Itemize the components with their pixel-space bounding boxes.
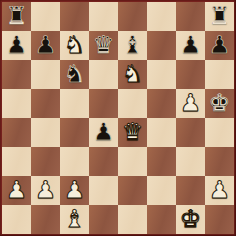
square-f4[interactable] xyxy=(147,118,176,147)
black-pawn[interactable]: ♟ xyxy=(93,118,115,147)
square-d6[interactable] xyxy=(89,60,118,89)
white-pawn[interactable]: ♟ xyxy=(180,89,202,118)
square-g7[interactable]: ♟ xyxy=(176,31,205,60)
square-f3[interactable] xyxy=(147,147,176,176)
square-c8[interactable] xyxy=(60,2,89,31)
square-e8[interactable] xyxy=(118,2,147,31)
square-d2[interactable] xyxy=(89,176,118,205)
square-c5[interactable] xyxy=(60,89,89,118)
square-c2[interactable]: ♟ xyxy=(60,176,89,205)
square-a7[interactable]: ♟ xyxy=(2,31,31,60)
square-h1[interactable] xyxy=(205,205,234,234)
square-a2[interactable]: ♟ xyxy=(2,176,31,205)
white-knight[interactable]: ♞ xyxy=(64,31,86,60)
square-c3[interactable] xyxy=(60,147,89,176)
square-e3[interactable] xyxy=(118,147,147,176)
square-a5[interactable] xyxy=(2,89,31,118)
square-b2[interactable]: ♟ xyxy=(31,176,60,205)
square-g4[interactable] xyxy=(176,118,205,147)
square-c6[interactable]: ♞ xyxy=(60,60,89,89)
square-b7[interactable]: ♟ xyxy=(31,31,60,60)
square-f2[interactable] xyxy=(147,176,176,205)
black-pawn[interactable]: ♟ xyxy=(6,31,28,60)
square-e5[interactable] xyxy=(118,89,147,118)
square-e6[interactable]: ♞ xyxy=(118,60,147,89)
square-f1[interactable] xyxy=(147,205,176,234)
square-a3[interactable] xyxy=(2,147,31,176)
square-f6[interactable] xyxy=(147,60,176,89)
black-knight[interactable]: ♞ xyxy=(64,60,86,89)
white-pawn[interactable]: ♟ xyxy=(35,176,57,205)
black-bishop[interactable]: ♝ xyxy=(122,31,144,60)
square-h2[interactable]: ♟ xyxy=(205,176,234,205)
square-e4[interactable]: ♛ xyxy=(118,118,147,147)
square-h7[interactable]: ♟ xyxy=(205,31,234,60)
square-h6[interactable] xyxy=(205,60,234,89)
white-knight[interactable]: ♞ xyxy=(122,60,144,89)
square-d4[interactable]: ♟ xyxy=(89,118,118,147)
square-a8[interactable]: ♜ xyxy=(2,2,31,31)
square-b1[interactable] xyxy=(31,205,60,234)
white-pawn[interactable]: ♟ xyxy=(209,176,231,205)
square-g8[interactable] xyxy=(176,2,205,31)
square-a1[interactable] xyxy=(2,205,31,234)
black-rook[interactable]: ♜ xyxy=(6,2,28,31)
square-d7[interactable]: ♛ xyxy=(89,31,118,60)
square-f5[interactable] xyxy=(147,89,176,118)
square-b4[interactable] xyxy=(31,118,60,147)
square-b6[interactable] xyxy=(31,60,60,89)
square-h3[interactable] xyxy=(205,147,234,176)
black-queen[interactable]: ♛ xyxy=(93,31,115,60)
white-bishop[interactable]: ♝ xyxy=(64,205,86,234)
white-pawn[interactable]: ♟ xyxy=(64,176,86,205)
square-a6[interactable] xyxy=(2,60,31,89)
square-g6[interactable] xyxy=(176,60,205,89)
white-queen[interactable]: ♛ xyxy=(122,118,144,147)
white-pawn[interactable]: ♟ xyxy=(6,176,28,205)
square-c1[interactable]: ♝ xyxy=(60,205,89,234)
square-e1[interactable] xyxy=(118,205,147,234)
chess-board: ♜♜♟♟♞♛♝♟♟♞♞♟♚♟♛♟♟♟♟♝♚ xyxy=(2,2,234,234)
square-e2[interactable] xyxy=(118,176,147,205)
square-f8[interactable] xyxy=(147,2,176,31)
black-pawn[interactable]: ♟ xyxy=(35,31,57,60)
square-e7[interactable]: ♝ xyxy=(118,31,147,60)
board-frame: ♜♜♟♟♞♛♝♟♟♞♞♟♚♟♛♟♟♟♟♝♚ xyxy=(0,0,236,236)
square-d8[interactable] xyxy=(89,2,118,31)
black-king[interactable]: ♚ xyxy=(209,89,231,118)
square-b8[interactable] xyxy=(31,2,60,31)
square-h5[interactable]: ♚ xyxy=(205,89,234,118)
square-c4[interactable] xyxy=(60,118,89,147)
square-b3[interactable] xyxy=(31,147,60,176)
square-c7[interactable]: ♞ xyxy=(60,31,89,60)
square-d5[interactable] xyxy=(89,89,118,118)
square-d1[interactable] xyxy=(89,205,118,234)
square-g2[interactable] xyxy=(176,176,205,205)
square-f7[interactable] xyxy=(147,31,176,60)
white-king[interactable]: ♚ xyxy=(180,205,202,234)
square-d3[interactable] xyxy=(89,147,118,176)
square-h8[interactable]: ♜ xyxy=(205,2,234,31)
square-g5[interactable]: ♟ xyxy=(176,89,205,118)
square-g1[interactable]: ♚ xyxy=(176,205,205,234)
black-pawn[interactable]: ♟ xyxy=(180,31,202,60)
black-rook[interactable]: ♜ xyxy=(209,2,231,31)
square-a4[interactable] xyxy=(2,118,31,147)
black-pawn[interactable]: ♟ xyxy=(209,31,231,60)
square-g3[interactable] xyxy=(176,147,205,176)
square-b5[interactable] xyxy=(31,89,60,118)
square-h4[interactable] xyxy=(205,118,234,147)
